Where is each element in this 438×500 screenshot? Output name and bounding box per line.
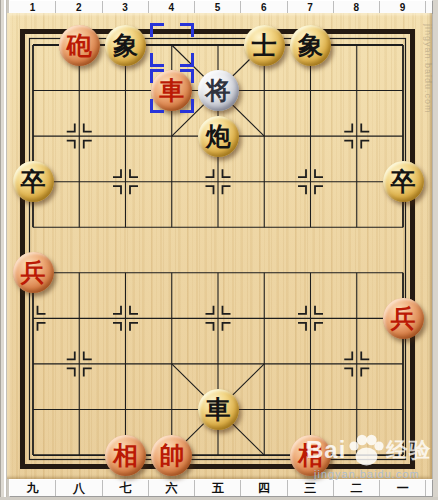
file-ruler-bottom: 九八七六五四三二一: [9, 479, 433, 497]
piece-black-cannon[interactable]: 炮: [198, 116, 239, 157]
selection-corner-icon: [180, 23, 194, 37]
piece-black-soldier[interactable]: 卒: [13, 161, 54, 202]
piece-character: 相: [298, 443, 323, 468]
selection-corner-icon: [180, 69, 194, 83]
piece-black-elephant[interactable]: 象: [290, 25, 331, 66]
piece-red-cannon[interactable]: 砲: [59, 25, 100, 66]
selection-corner-icon: [150, 23, 164, 37]
piece-character: 将: [206, 78, 231, 103]
xiangqi-board[interactable]: 砲象士象車将炮卒卒兵兵車相帥相: [7, 13, 432, 479]
file-label-bottom: 六: [149, 480, 195, 496]
file-ruler-top: 123456789: [9, 0, 433, 14]
piece-black-chariot[interactable]: 車: [198, 389, 239, 430]
piece-red-general[interactable]: 帥: [151, 435, 192, 476]
file-label-top: 7: [288, 1, 334, 13]
piece-character: 象: [298, 33, 323, 58]
file-label-bottom: 九: [10, 480, 56, 496]
selection-marker-to: [150, 69, 194, 113]
file-label-bottom: 一: [380, 480, 426, 496]
piece-character: 兵: [21, 260, 46, 285]
file-label-top: 3: [103, 1, 149, 13]
piece-black-advisor[interactable]: 士: [244, 25, 285, 66]
file-label-bottom: 四: [241, 480, 287, 496]
piece-character: 兵: [391, 306, 416, 331]
file-label-top: 9: [380, 1, 426, 13]
file-label-top: 6: [241, 1, 287, 13]
file-label-bottom: 七: [103, 480, 149, 496]
selection-corner-icon: [180, 53, 194, 67]
piece-character: 士: [252, 33, 277, 58]
piece-character: 卒: [391, 169, 416, 194]
piece-red-soldier[interactable]: 兵: [13, 252, 54, 293]
piece-black-general[interactable]: 将: [198, 70, 239, 111]
piece-character: 卒: [21, 169, 46, 194]
file-label-top: 2: [56, 1, 102, 13]
file-label-top: 1: [10, 1, 56, 13]
piece-red-elephant[interactable]: 相: [290, 435, 331, 476]
window-right-border: [432, 0, 438, 500]
selection-corner-icon: [180, 99, 194, 113]
file-label-bottom: 三: [288, 480, 334, 496]
file-label-bottom: 八: [56, 480, 102, 496]
selection-corner-icon: [150, 69, 164, 83]
file-label-top: 4: [149, 1, 195, 13]
window-left-border: [0, 0, 7, 500]
piece-character: 炮: [206, 124, 231, 149]
piece-black-elephant[interactable]: 象: [105, 25, 146, 66]
piece-character: 車: [206, 397, 231, 422]
file-label-bottom: 五: [195, 480, 241, 496]
piece-character: 相: [113, 443, 138, 468]
file-label-top: 5: [195, 1, 241, 13]
xiangqi-app-window: 123456789 砲象士象車将炮卒卒兵兵車相帥相 九八七六五四三二一 Bai …: [0, 0, 438, 500]
piece-character: 象: [113, 33, 138, 58]
selection-corner-icon: [150, 99, 164, 113]
piece-black-soldier[interactable]: 卒: [383, 161, 424, 202]
piece-red-soldier[interactable]: 兵: [383, 298, 424, 339]
piece-red-elephant[interactable]: 相: [105, 435, 146, 476]
piece-character: 砲: [67, 33, 92, 58]
piece-character: 帥: [159, 443, 184, 468]
file-label-bottom: 二: [334, 480, 380, 496]
selection-marker-from: [150, 23, 194, 67]
selection-corner-icon: [150, 53, 164, 67]
file-label-top: 8: [334, 1, 380, 13]
